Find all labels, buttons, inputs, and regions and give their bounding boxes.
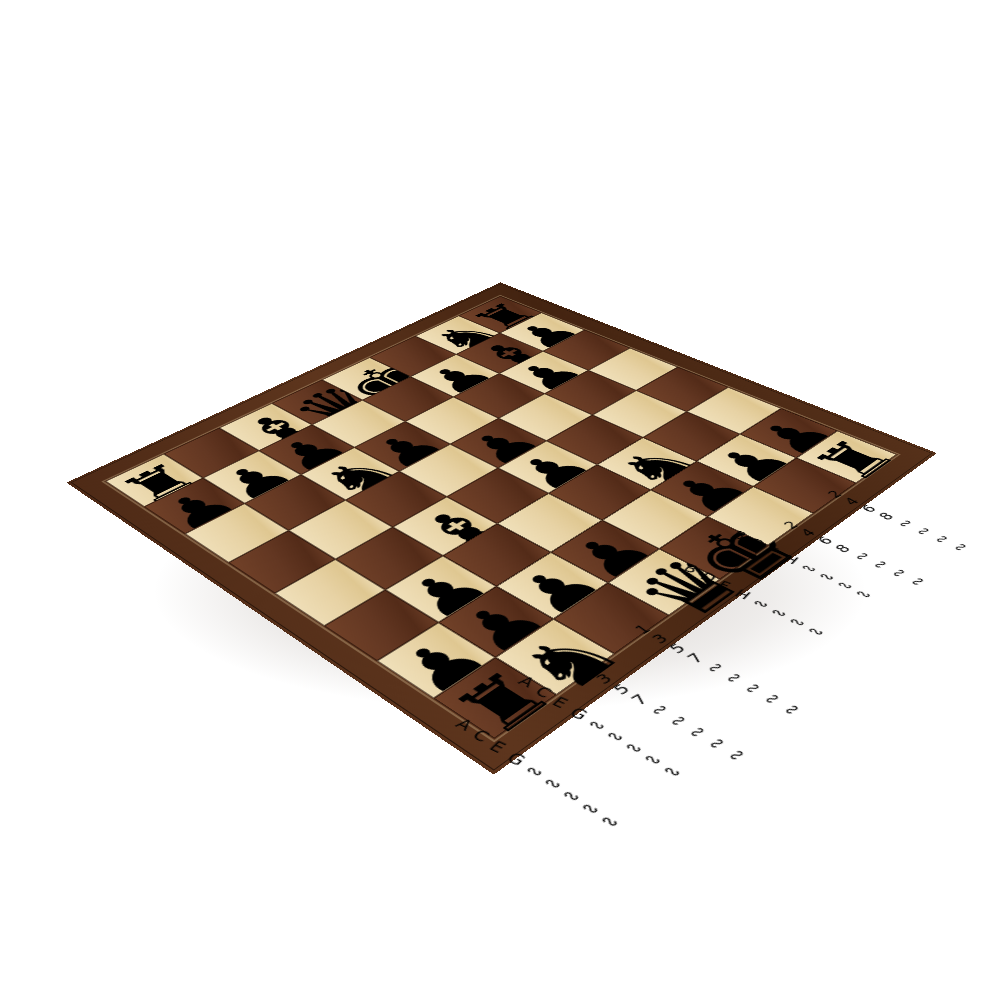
chess-set-product-photo: ♜♝♛♚♞♜♟♟♟♟♝♟♞♟♟♟♝♟♟♞♟♟♟♟♟♟♟♜♞♛♚♜AA11BB22… bbox=[0, 0, 1000, 1000]
square-d6: ♟ bbox=[354, 422, 450, 472]
